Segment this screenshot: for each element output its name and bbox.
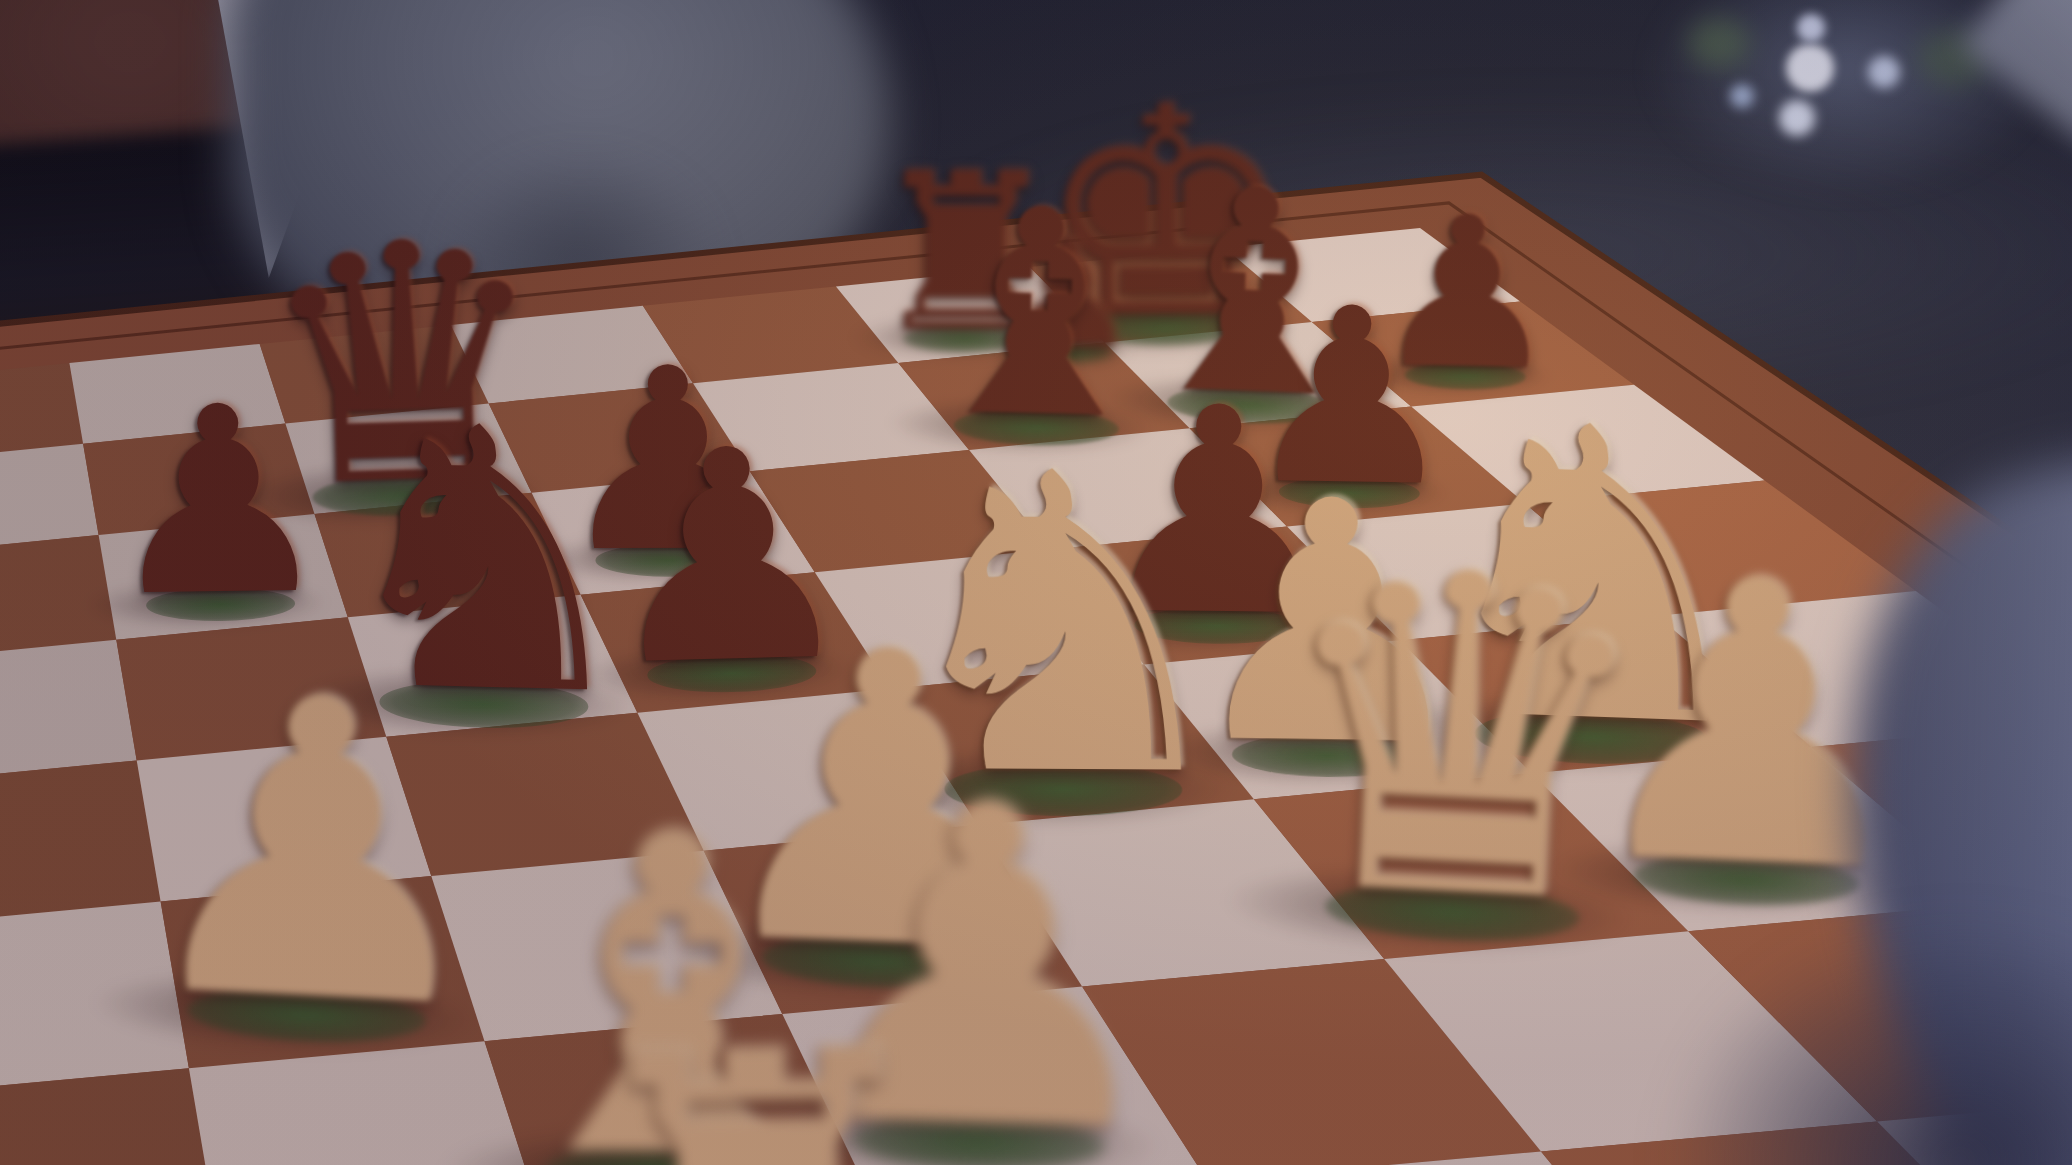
square-a4 (0, 760, 161, 926)
square-b3 (161, 876, 485, 1068)
chess-photo-scene: ♚♜♟♟♝♝♛♟♟♟♟♟♞♞♟♞♟♛♟♟♟♝♚♜ (0, 0, 2072, 1165)
chess-board (0, 0, 2072, 1165)
square-b4 (137, 737, 432, 902)
square-a3 (0, 901, 189, 1095)
square-a2 (0, 1068, 223, 1165)
square-b6 (99, 514, 348, 640)
square-b5 (116, 617, 386, 760)
